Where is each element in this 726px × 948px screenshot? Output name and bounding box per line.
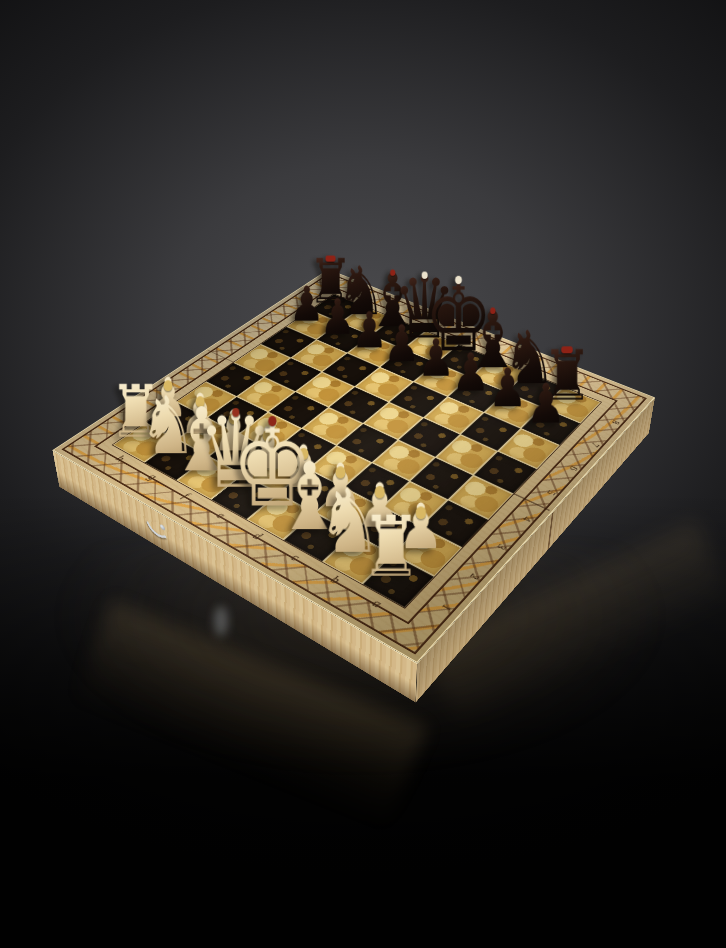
piece-accent bbox=[422, 271, 428, 278]
piece-accent bbox=[390, 269, 395, 275]
piece-accent bbox=[326, 255, 336, 261]
piece-accent bbox=[491, 307, 496, 314]
piece-accent bbox=[455, 276, 462, 284]
studio-backdrop: ♜♞♝♛♚♝♞♜♟♟♟♟♟♟♟♟♟♟♟♟♟♟♟♟♜♞♝♛♚♝♞♜ hgfedcb… bbox=[0, 0, 726, 948]
reflection-clasp bbox=[214, 606, 228, 636]
piece-accent bbox=[561, 346, 572, 353]
clasp-hook-icon bbox=[144, 514, 168, 544]
